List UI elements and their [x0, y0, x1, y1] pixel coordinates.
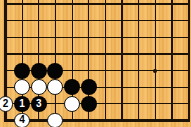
move-number-label: 1	[19, 98, 25, 108]
move-number-label: 3	[36, 98, 42, 108]
intersection	[47, 29, 64, 46]
black-stone	[81, 96, 97, 112]
intersection	[97, 46, 114, 63]
intersection	[0, 0, 14, 12]
intersection	[164, 112, 181, 127]
intersection	[14, 29, 31, 46]
intersection	[30, 46, 47, 63]
intersection	[80, 0, 97, 12]
black-stone	[14, 63, 30, 79]
intersection	[64, 12, 81, 29]
intersection	[97, 12, 114, 29]
intersection	[0, 46, 14, 63]
intersection	[14, 79, 31, 96]
intersection	[30, 112, 47, 127]
intersection	[147, 62, 164, 79]
intersection	[130, 12, 147, 29]
intersection	[30, 29, 47, 46]
intersection	[164, 12, 181, 29]
intersection	[180, 96, 191, 113]
intersection	[147, 46, 164, 63]
intersection	[64, 62, 81, 79]
intersection	[64, 112, 81, 127]
intersection	[147, 79, 164, 96]
star-point	[153, 69, 157, 73]
intersection: 3	[30, 96, 47, 113]
intersection	[147, 29, 164, 46]
intersection	[47, 112, 64, 127]
intersection	[130, 112, 147, 127]
black-stone	[47, 63, 63, 79]
intersection	[64, 29, 81, 46]
black-stone-move-3: 3	[31, 96, 47, 112]
intersection	[80, 79, 97, 96]
intersection	[164, 0, 181, 12]
intersection	[130, 96, 147, 113]
intersection	[64, 46, 81, 63]
intersection	[80, 112, 97, 127]
intersection	[130, 79, 147, 96]
white-stone	[14, 79, 30, 95]
intersection	[14, 46, 31, 63]
intersection	[147, 0, 164, 12]
intersection	[14, 12, 31, 29]
intersection	[114, 0, 131, 12]
move-number-label: 2	[3, 98, 9, 108]
white-stone-move-2: 2	[0, 96, 13, 112]
intersection	[97, 29, 114, 46]
intersection	[47, 0, 64, 12]
intersection	[80, 29, 97, 46]
intersection	[0, 29, 14, 46]
intersection	[114, 46, 131, 63]
intersection	[80, 46, 97, 63]
intersection	[47, 62, 64, 79]
intersection	[97, 79, 114, 96]
white-stone	[31, 79, 47, 95]
intersection	[80, 12, 97, 29]
intersection	[30, 62, 47, 79]
intersection	[180, 46, 191, 63]
intersection	[80, 62, 97, 79]
intersection	[30, 0, 47, 12]
intersection	[147, 96, 164, 113]
intersection	[147, 112, 164, 127]
go-board-diagram: 2134	[0, 0, 191, 127]
intersection	[0, 12, 14, 29]
intersection	[14, 0, 31, 12]
intersection	[97, 112, 114, 127]
intersection	[130, 46, 147, 63]
move-number-label: 4	[19, 115, 25, 125]
intersection: 4	[14, 112, 31, 127]
intersection	[97, 0, 114, 12]
white-stone-move-4: 4	[14, 113, 30, 127]
intersection	[130, 29, 147, 46]
white-stone	[64, 96, 80, 112]
intersection	[0, 62, 14, 79]
intersection	[164, 29, 181, 46]
white-stone	[47, 79, 63, 95]
intersection	[47, 96, 64, 113]
intersection	[0, 112, 14, 127]
intersection	[164, 96, 181, 113]
intersection	[164, 79, 181, 96]
intersection	[130, 0, 147, 12]
intersection	[114, 12, 131, 29]
intersection	[180, 0, 191, 12]
intersection	[30, 79, 47, 96]
intersection	[130, 62, 147, 79]
intersection	[80, 96, 97, 113]
intersection	[114, 29, 131, 46]
intersection	[114, 62, 131, 79]
go-board: 2134	[0, 0, 191, 127]
intersection	[47, 79, 64, 96]
intersection	[114, 79, 131, 96]
intersection	[180, 12, 191, 29]
intersection: 1	[14, 96, 31, 113]
intersection	[64, 0, 81, 12]
intersection	[114, 96, 131, 113]
intersection	[180, 29, 191, 46]
intersection	[97, 96, 114, 113]
intersection	[180, 62, 191, 79]
intersection	[64, 96, 81, 113]
intersection	[164, 46, 181, 63]
intersection	[114, 112, 131, 127]
white-stone	[47, 113, 63, 127]
intersection	[164, 62, 181, 79]
intersection	[147, 12, 164, 29]
black-stone-move-1: 1	[14, 96, 30, 112]
intersection	[64, 79, 81, 96]
intersection	[97, 62, 114, 79]
intersection: 2	[0, 96, 14, 113]
intersection	[0, 79, 14, 96]
intersection	[47, 46, 64, 63]
intersection	[30, 12, 47, 29]
intersection	[180, 112, 191, 127]
intersection	[14, 62, 31, 79]
black-stone	[31, 63, 47, 79]
intersection	[47, 12, 64, 29]
black-stone	[64, 79, 80, 95]
intersection	[180, 79, 191, 96]
black-stone	[81, 79, 97, 95]
